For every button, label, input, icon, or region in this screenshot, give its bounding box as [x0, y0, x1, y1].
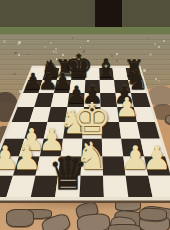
white-pawn-b2[interactable]: ♟	[12, 142, 41, 175]
white-pawn-g5[interactable]: ♟	[115, 96, 138, 122]
black-queen-d1[interactable]: ♛	[48, 152, 89, 198]
ground-rock	[6, 208, 34, 226]
spectator-dot	[13, 73, 15, 75]
stadium-wall	[0, 0, 170, 28]
spectator-dot	[55, 48, 57, 50]
ground-rock	[77, 212, 111, 230]
stadium-lawn-strip	[0, 27, 170, 34]
chess-3d-scene: ♞♜♚♝♜♟♟♟♞♟♟♟♟♞♚♟♟♟♟♞♟♟♛	[0, 0, 170, 230]
stadium-banner	[95, 0, 122, 27]
spectator-dot	[18, 54, 20, 56]
spectator-dot	[17, 43, 20, 46]
black-bishop-f8[interactable]: ♝	[95, 55, 118, 81]
white-pawn-h2[interactable]: ♟	[142, 142, 170, 175]
spectator-dot	[14, 52, 17, 55]
spectator-dot	[72, 37, 73, 38]
ground-rock	[108, 223, 141, 230]
spectator-dot	[149, 53, 152, 56]
ground-rock	[139, 207, 167, 221]
spectator-dot	[3, 40, 6, 43]
